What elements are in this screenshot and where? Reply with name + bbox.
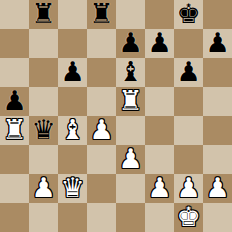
square-d5[interactable] (87, 87, 116, 116)
square-a7[interactable] (0, 29, 29, 58)
piece-white-pawn: ♟ (176, 174, 200, 202)
square-c4[interactable]: ♝ (58, 116, 87, 145)
square-e4[interactable] (116, 116, 145, 145)
piece-black-pawn: ♟ (147, 29, 171, 57)
square-d7[interactable] (87, 29, 116, 58)
square-f4[interactable] (145, 116, 174, 145)
square-f5[interactable] (145, 87, 174, 116)
square-e6[interactable]: ♝ (116, 58, 145, 87)
piece-black-pawn: ♟ (60, 58, 84, 86)
square-h4[interactable] (203, 116, 232, 145)
piece-black-king: ♚ (176, 0, 200, 28)
square-a4[interactable]: ♜ (0, 116, 29, 145)
square-c2[interactable]: ♛ (58, 174, 87, 203)
square-c8[interactable] (58, 0, 87, 29)
square-h2[interactable]: ♟ (203, 174, 232, 203)
square-g6[interactable]: ♟ (174, 58, 203, 87)
piece-black-bishop: ♝ (118, 58, 142, 86)
square-h3[interactable] (203, 145, 232, 174)
square-h1[interactable] (203, 203, 232, 232)
square-a6[interactable] (0, 58, 29, 87)
square-f3[interactable] (145, 145, 174, 174)
square-a8[interactable] (0, 0, 29, 29)
chess-board: ♜♜♚♟♟♟♟♝♟♟♜♜♛♝♟♟♟♛♟♟♟♚ (0, 0, 232, 232)
square-c6[interactable]: ♟ (58, 58, 87, 87)
square-g1[interactable]: ♚ (174, 203, 203, 232)
square-b2[interactable]: ♟ (29, 174, 58, 203)
square-e1[interactable] (116, 203, 145, 232)
square-c3[interactable] (58, 145, 87, 174)
square-f1[interactable] (145, 203, 174, 232)
square-g3[interactable] (174, 145, 203, 174)
piece-white-pawn: ♟ (147, 174, 171, 202)
square-e3[interactable]: ♟ (116, 145, 145, 174)
piece-white-pawn: ♟ (89, 116, 113, 144)
piece-white-bishop: ♝ (60, 116, 84, 144)
piece-black-queen: ♛ (31, 116, 55, 144)
square-c1[interactable] (58, 203, 87, 232)
piece-white-king: ♚ (176, 203, 200, 231)
piece-black-rook: ♜ (31, 0, 55, 28)
square-b7[interactable] (29, 29, 58, 58)
square-g5[interactable] (174, 87, 203, 116)
piece-black-pawn: ♟ (176, 58, 200, 86)
square-d3[interactable] (87, 145, 116, 174)
square-a1[interactable] (0, 203, 29, 232)
square-b6[interactable] (29, 58, 58, 87)
square-f2[interactable]: ♟ (145, 174, 174, 203)
square-e2[interactable] (116, 174, 145, 203)
square-h7[interactable]: ♟ (203, 29, 232, 58)
square-b8[interactable]: ♜ (29, 0, 58, 29)
square-c5[interactable] (58, 87, 87, 116)
piece-black-pawn: ♟ (205, 29, 229, 57)
square-b1[interactable] (29, 203, 58, 232)
square-a2[interactable] (0, 174, 29, 203)
square-d8[interactable]: ♜ (87, 0, 116, 29)
square-e8[interactable] (116, 0, 145, 29)
square-d6[interactable] (87, 58, 116, 87)
piece-white-queen: ♛ (60, 174, 84, 202)
piece-white-pawn: ♟ (31, 174, 55, 202)
square-h8[interactable] (203, 0, 232, 29)
piece-white-pawn: ♟ (118, 145, 142, 173)
square-g8[interactable]: ♚ (174, 0, 203, 29)
square-f6[interactable] (145, 58, 174, 87)
square-f7[interactable]: ♟ (145, 29, 174, 58)
square-d2[interactable] (87, 174, 116, 203)
square-b4[interactable]: ♛ (29, 116, 58, 145)
piece-white-rook: ♜ (2, 116, 26, 144)
square-e5[interactable]: ♜ (116, 87, 145, 116)
square-a3[interactable] (0, 145, 29, 174)
piece-white-rook: ♜ (118, 87, 142, 115)
square-e7[interactable]: ♟ (116, 29, 145, 58)
square-f8[interactable] (145, 0, 174, 29)
square-h5[interactable] (203, 87, 232, 116)
square-g2[interactable]: ♟ (174, 174, 203, 203)
square-g7[interactable] (174, 29, 203, 58)
square-a5[interactable]: ♟ (0, 87, 29, 116)
piece-black-rook: ♜ (89, 0, 113, 28)
square-b3[interactable] (29, 145, 58, 174)
square-d1[interactable] (87, 203, 116, 232)
piece-black-pawn: ♟ (2, 87, 26, 115)
square-c7[interactable] (58, 29, 87, 58)
chess-board-container: ♜♜♚♟♟♟♟♝♟♟♜♜♛♝♟♟♟♛♟♟♟♚ (0, 0, 232, 232)
piece-white-pawn: ♟ (205, 174, 229, 202)
piece-black-pawn: ♟ (118, 29, 142, 57)
square-g4[interactable] (174, 116, 203, 145)
square-h6[interactable] (203, 58, 232, 87)
square-b5[interactable] (29, 87, 58, 116)
square-d4[interactable]: ♟ (87, 116, 116, 145)
